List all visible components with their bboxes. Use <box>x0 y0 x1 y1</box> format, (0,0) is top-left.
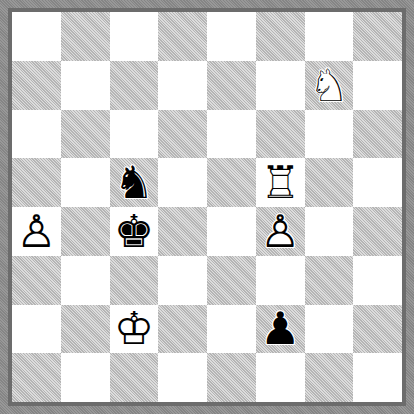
square-e6[interactable] <box>207 110 256 159</box>
chessboard: ♞♘♞♜♖♟♙♚♟♙♚♔♟ <box>12 12 402 402</box>
square-b4[interactable] <box>61 207 110 256</box>
square-b1[interactable] <box>61 353 110 402</box>
knight-outline-layer: ♘ <box>305 61 354 110</box>
square-c8[interactable] <box>110 12 159 61</box>
square-g5[interactable] <box>305 158 354 207</box>
square-c2[interactable]: ♚♔ <box>110 305 159 354</box>
square-e5[interactable] <box>207 158 256 207</box>
square-h3[interactable] <box>353 256 402 305</box>
square-h7[interactable] <box>353 61 402 110</box>
square-e3[interactable] <box>207 256 256 305</box>
square-a8[interactable] <box>12 12 61 61</box>
square-g7[interactable]: ♞♘ <box>305 61 354 110</box>
square-g2[interactable] <box>305 305 354 354</box>
square-d4[interactable] <box>158 207 207 256</box>
square-g4[interactable] <box>305 207 354 256</box>
square-d8[interactable] <box>158 12 207 61</box>
square-f2[interactable]: ♟ <box>256 305 305 354</box>
square-c7[interactable] <box>110 61 159 110</box>
king-glyph: ♚ <box>110 207 159 256</box>
square-a7[interactable] <box>12 61 61 110</box>
square-h8[interactable] <box>353 12 402 61</box>
pawn-glyph: ♟ <box>256 305 305 354</box>
white-pawn-f4[interactable]: ♟♙ <box>256 207 305 256</box>
white-knight-g7[interactable]: ♞♘ <box>305 61 354 110</box>
square-c6[interactable] <box>110 110 159 159</box>
square-b8[interactable] <box>61 12 110 61</box>
square-d6[interactable] <box>158 110 207 159</box>
square-f4[interactable]: ♟♙ <box>256 207 305 256</box>
black-king-c4[interactable]: ♚ <box>110 207 159 256</box>
square-e8[interactable] <box>207 12 256 61</box>
square-f3[interactable] <box>256 256 305 305</box>
square-g8[interactable] <box>305 12 354 61</box>
square-g1[interactable] <box>305 353 354 402</box>
square-d2[interactable] <box>158 305 207 354</box>
square-a4[interactable]: ♟♙ <box>12 207 61 256</box>
white-king-c2[interactable]: ♚♔ <box>110 305 159 354</box>
square-a1[interactable] <box>12 353 61 402</box>
square-c4[interactable]: ♚ <box>110 207 159 256</box>
square-b3[interactable] <box>61 256 110 305</box>
square-d1[interactable] <box>158 353 207 402</box>
pawn-outline-layer: ♙ <box>12 207 61 256</box>
knight-glyph: ♞ <box>110 158 159 207</box>
square-b7[interactable] <box>61 61 110 110</box>
rook-outline-layer: ♖ <box>256 158 305 207</box>
square-f5[interactable]: ♜♖ <box>256 158 305 207</box>
square-g6[interactable] <box>305 110 354 159</box>
square-c5[interactable]: ♞ <box>110 158 159 207</box>
square-b5[interactable] <box>61 158 110 207</box>
king-outline-layer: ♔ <box>110 305 159 354</box>
square-h5[interactable] <box>353 158 402 207</box>
square-b2[interactable] <box>61 305 110 354</box>
white-pawn-a4[interactable]: ♟♙ <box>12 207 61 256</box>
pawn-outline-layer: ♙ <box>256 207 305 256</box>
chessboard-frame: ♞♘♞♜♖♟♙♚♟♙♚♔♟ <box>0 0 414 414</box>
black-pawn-f2[interactable]: ♟ <box>256 305 305 354</box>
square-h1[interactable] <box>353 353 402 402</box>
square-a3[interactable] <box>12 256 61 305</box>
square-f7[interactable] <box>256 61 305 110</box>
square-f8[interactable] <box>256 12 305 61</box>
white-rook-f5[interactable]: ♜♖ <box>256 158 305 207</box>
square-a5[interactable] <box>12 158 61 207</box>
square-e7[interactable] <box>207 61 256 110</box>
square-e1[interactable] <box>207 353 256 402</box>
square-d7[interactable] <box>158 61 207 110</box>
square-b6[interactable] <box>61 110 110 159</box>
square-f1[interactable] <box>256 353 305 402</box>
square-e4[interactable] <box>207 207 256 256</box>
square-c3[interactable] <box>110 256 159 305</box>
square-c1[interactable] <box>110 353 159 402</box>
square-h6[interactable] <box>353 110 402 159</box>
square-e2[interactable] <box>207 305 256 354</box>
square-a2[interactable] <box>12 305 61 354</box>
square-g3[interactable] <box>305 256 354 305</box>
square-d5[interactable] <box>158 158 207 207</box>
square-h4[interactable] <box>353 207 402 256</box>
square-f6[interactable] <box>256 110 305 159</box>
square-a6[interactable] <box>12 110 61 159</box>
black-knight-c5[interactable]: ♞ <box>110 158 159 207</box>
square-d3[interactable] <box>158 256 207 305</box>
square-h2[interactable] <box>353 305 402 354</box>
